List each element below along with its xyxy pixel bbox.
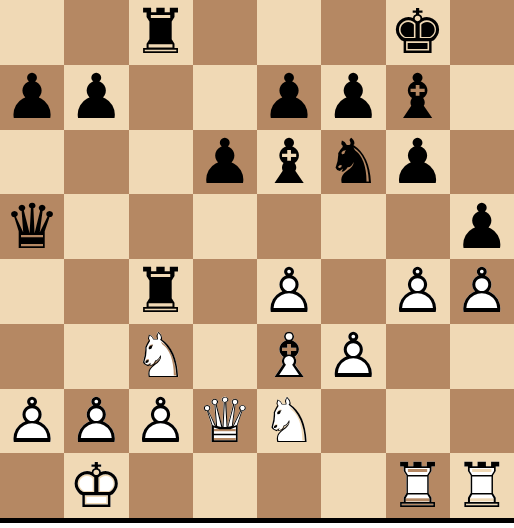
square-h7[interactable]	[450, 65, 514, 130]
piece-outline: ♙	[69, 389, 125, 454]
piece-outline: ♙	[454, 259, 510, 324]
square-b1[interactable]: ♚♔	[64, 453, 128, 518]
square-b4[interactable]	[64, 259, 128, 324]
square-g5[interactable]	[386, 194, 450, 259]
black-pawn[interactable]: ♟	[261, 65, 317, 129]
board-bottom-strip	[0, 523, 514, 528]
square-d2[interactable]: ♛♕	[193, 389, 257, 454]
square-e1[interactable]	[257, 453, 321, 518]
square-d8[interactable]	[193, 0, 257, 65]
square-c1[interactable]	[129, 453, 193, 518]
square-a4[interactable]	[0, 259, 64, 324]
square-f7[interactable]: ♟	[321, 65, 385, 130]
square-f4[interactable]	[321, 259, 385, 324]
black-pawn[interactable]: ♟	[4, 65, 60, 129]
square-d1[interactable]	[193, 453, 257, 518]
square-h3[interactable]	[450, 324, 514, 389]
square-a6[interactable]	[0, 130, 64, 195]
white-king[interactable]: ♚♔	[69, 454, 125, 518]
white-pawn[interactable]: ♟♙	[454, 259, 510, 323]
square-c5[interactable]	[129, 194, 193, 259]
square-e5[interactable]	[257, 194, 321, 259]
white-knight[interactable]: ♞♘	[261, 389, 317, 453]
square-g2[interactable]	[386, 389, 450, 454]
square-a1[interactable]	[0, 453, 64, 518]
piece-outline: ♙	[390, 259, 446, 324]
chess-board: ♜♚♟♟♟♟♝♟♝♞♟♛♟♜♟♙♟♙♟♙♞♘♝♗♟♙♟♙♟♙♟♙♛♕♞♘♚♔♜♖…	[0, 0, 514, 518]
square-f6[interactable]: ♞	[321, 130, 385, 195]
square-f8[interactable]	[321, 0, 385, 65]
piece-outline: ♕	[197, 389, 253, 454]
black-bishop[interactable]: ♝	[390, 65, 446, 129]
black-pawn[interactable]: ♟	[69, 65, 125, 129]
square-d5[interactable]	[193, 194, 257, 259]
square-d4[interactable]	[193, 259, 257, 324]
square-f3[interactable]: ♟♙	[321, 324, 385, 389]
square-g6[interactable]: ♟	[386, 130, 450, 195]
white-pawn[interactable]: ♟♙	[69, 389, 125, 453]
white-pawn[interactable]: ♟♙	[261, 259, 317, 323]
white-rook[interactable]: ♜♖	[390, 454, 446, 518]
piece-outline: ♔	[69, 453, 125, 518]
square-h6[interactable]	[450, 130, 514, 195]
white-knight[interactable]: ♞♘	[133, 324, 189, 388]
square-d6[interactable]: ♟	[193, 130, 257, 195]
square-a3[interactable]	[0, 324, 64, 389]
piece-outline: ♙	[326, 324, 382, 389]
black-pawn[interactable]: ♟	[390, 130, 446, 194]
square-e8[interactable]	[257, 0, 321, 65]
square-g7[interactable]: ♝	[386, 65, 450, 130]
square-a8[interactable]	[0, 0, 64, 65]
white-rook[interactable]: ♜♖	[454, 454, 510, 518]
square-b8[interactable]	[64, 0, 128, 65]
square-f1[interactable]	[321, 453, 385, 518]
chess-board-widget: ♜♚♟♟♟♟♝♟♝♞♟♛♟♜♟♙♟♙♟♙♞♘♝♗♟♙♟♙♟♙♟♙♛♕♞♘♚♔♜♖…	[0, 0, 514, 528]
square-c7[interactable]	[129, 65, 193, 130]
square-h5[interactable]: ♟	[450, 194, 514, 259]
square-h8[interactable]	[450, 0, 514, 65]
square-e2[interactable]: ♞♘	[257, 389, 321, 454]
square-b2[interactable]: ♟♙	[64, 389, 128, 454]
square-b5[interactable]	[64, 194, 128, 259]
black-queen[interactable]: ♛	[4, 195, 60, 259]
square-e4[interactable]: ♟♙	[257, 259, 321, 324]
square-f2[interactable]	[321, 389, 385, 454]
square-e7[interactable]: ♟	[257, 65, 321, 130]
white-pawn[interactable]: ♟♙	[326, 324, 382, 388]
piece-outline: ♘	[133, 324, 189, 389]
white-pawn[interactable]: ♟♙	[133, 389, 189, 453]
piece-outline: ♖	[390, 453, 446, 518]
piece-outline: ♘	[261, 389, 317, 454]
black-rook[interactable]: ♜	[133, 259, 189, 323]
black-rook[interactable]: ♜	[133, 0, 189, 64]
black-knight[interactable]: ♞	[326, 130, 382, 194]
square-e6[interactable]: ♝	[257, 130, 321, 195]
square-g4[interactable]: ♟♙	[386, 259, 450, 324]
square-a5[interactable]: ♛	[0, 194, 64, 259]
square-g8[interactable]: ♚	[386, 0, 450, 65]
square-h4[interactable]: ♟♙	[450, 259, 514, 324]
square-c2[interactable]: ♟♙	[129, 389, 193, 454]
square-c6[interactable]	[129, 130, 193, 195]
square-d7[interactable]	[193, 65, 257, 130]
piece-outline: ♗	[261, 324, 317, 389]
square-g1[interactable]: ♜♖	[386, 453, 450, 518]
square-h1[interactable]: ♜♖	[450, 453, 514, 518]
square-c8[interactable]: ♜	[129, 0, 193, 65]
square-g3[interactable]	[386, 324, 450, 389]
square-c4[interactable]: ♜	[129, 259, 193, 324]
piece-outline: ♙	[133, 389, 189, 454]
square-a7[interactable]: ♟	[0, 65, 64, 130]
square-b6[interactable]	[64, 130, 128, 195]
square-b3[interactable]	[64, 324, 128, 389]
black-pawn[interactable]: ♟	[454, 195, 510, 259]
square-d3[interactable]	[193, 324, 257, 389]
black-bishop[interactable]: ♝	[261, 130, 317, 194]
piece-outline: ♙	[4, 389, 60, 454]
black-king[interactable]: ♚	[390, 0, 446, 64]
piece-outline: ♙	[261, 259, 317, 324]
square-f5[interactable]	[321, 194, 385, 259]
square-b7[interactable]: ♟	[64, 65, 128, 130]
white-bishop[interactable]: ♝♗	[261, 324, 317, 388]
white-pawn[interactable]: ♟♙	[4, 389, 60, 453]
black-pawn[interactable]: ♟	[326, 65, 382, 129]
square-h2[interactable]	[450, 389, 514, 454]
piece-outline: ♖	[454, 453, 510, 518]
square-c3[interactable]: ♞♘	[129, 324, 193, 389]
black-pawn[interactable]: ♟	[197, 130, 253, 194]
square-a2[interactable]: ♟♙	[0, 389, 64, 454]
white-pawn[interactable]: ♟♙	[390, 259, 446, 323]
square-e3[interactable]: ♝♗	[257, 324, 321, 389]
white-queen[interactable]: ♛♕	[197, 389, 253, 453]
